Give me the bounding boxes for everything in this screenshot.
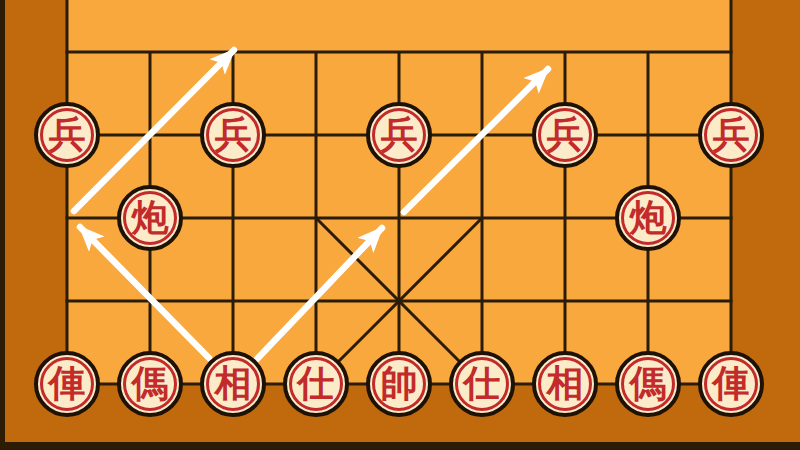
piece-ring: 兵: [538, 108, 592, 162]
move-arrow-c1-e3: [257, 228, 382, 359]
piece-horse-b1[interactable]: 傌: [117, 351, 183, 417]
piece-ring: 傌: [621, 357, 675, 411]
xiangqi-board: 俥傌相仕帥仕相傌俥炮炮兵兵兵兵兵: [0, 0, 800, 450]
piece-character: 兵: [547, 116, 584, 153]
piece-character: 兵: [215, 116, 252, 153]
piece-ring: 傌: [123, 357, 177, 411]
piece-advisor-d1[interactable]: 仕: [283, 351, 349, 417]
piece-ring: 兵: [40, 108, 94, 162]
piece-character: 炮: [630, 199, 667, 236]
board-outer-edge-left: [0, 0, 5, 450]
piece-character: 傌: [132, 365, 169, 402]
piece-cannon-b3[interactable]: 炮: [117, 185, 183, 251]
piece-ring: 兵: [704, 108, 758, 162]
piece-character: 炮: [132, 199, 169, 236]
piece-elephant-c1[interactable]: 相: [200, 351, 266, 417]
piece-character: 俥: [49, 365, 86, 402]
piece-character: 仕: [298, 365, 335, 402]
piece-horse-h1[interactable]: 傌: [615, 351, 681, 417]
piece-chariot-a1[interactable]: 俥: [34, 351, 100, 417]
piece-ring: 兵: [206, 108, 260, 162]
piece-soldier-g4[interactable]: 兵: [532, 102, 598, 168]
piece-soldier-a4[interactable]: 兵: [34, 102, 100, 168]
piece-soldier-c4[interactable]: 兵: [200, 102, 266, 168]
piece-character: 傌: [630, 365, 667, 402]
piece-general-e1[interactable]: 帥: [366, 351, 432, 417]
piece-cannon-h3[interactable]: 炮: [615, 185, 681, 251]
piece-ring: 相: [538, 357, 592, 411]
piece-ring: 炮: [621, 191, 675, 245]
piece-ring: 帥: [372, 357, 426, 411]
piece-advisor-f1[interactable]: 仕: [449, 351, 515, 417]
piece-character: 相: [547, 365, 584, 402]
piece-elephant-g1[interactable]: 相: [532, 351, 598, 417]
piece-character: 兵: [713, 116, 750, 153]
piece-soldier-e4[interactable]: 兵: [366, 102, 432, 168]
piece-character: 仕: [464, 365, 501, 402]
piece-soldier-i4[interactable]: 兵: [698, 102, 764, 168]
piece-ring: 仕: [289, 357, 343, 411]
piece-character: 兵: [49, 116, 86, 153]
piece-character: 俥: [713, 365, 750, 402]
piece-ring: 俥: [704, 357, 758, 411]
piece-character: 帥: [381, 365, 418, 402]
board-outer-edge-bottom: [0, 442, 800, 450]
piece-ring: 兵: [372, 108, 426, 162]
piece-ring: 炮: [123, 191, 177, 245]
piece-ring: 仕: [455, 357, 509, 411]
piece-chariot-i1[interactable]: 俥: [698, 351, 764, 417]
piece-character: 相: [215, 365, 252, 402]
piece-ring: 俥: [40, 357, 94, 411]
piece-ring: 相: [206, 357, 260, 411]
piece-character: 兵: [381, 116, 418, 153]
